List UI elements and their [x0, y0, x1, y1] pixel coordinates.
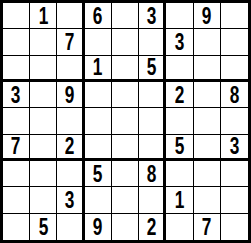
- sudoku-cell-r9c4[interactable]: 9: [85, 214, 112, 240]
- given-digit: 1: [175, 188, 185, 212]
- sudoku-cell-r7c3[interactable]: [57, 161, 84, 187]
- sudoku-cell-r6c8[interactable]: [194, 135, 221, 161]
- given-digit: 2: [65, 135, 75, 159]
- given-digit: 9: [65, 83, 75, 107]
- sudoku-cell-r9c5[interactable]: [112, 214, 139, 240]
- given-digit: 9: [202, 4, 212, 28]
- sudoku-cell-r1c7[interactable]: [166, 3, 193, 29]
- sudoku-cell-r8c3[interactable]: 3: [57, 187, 84, 213]
- sudoku-cell-r7c9[interactable]: [221, 161, 248, 187]
- sudoku-cell-r6c6[interactable]: [139, 135, 166, 161]
- given-digit: 2: [175, 83, 185, 107]
- sudoku-cell-r5c8[interactable]: [194, 108, 221, 134]
- sudoku-cell-r1c5[interactable]: [112, 3, 139, 29]
- given-digit: 5: [175, 135, 185, 159]
- sudoku-cell-r5c2[interactable]: [30, 108, 57, 134]
- sudoku-cell-r7c5[interactable]: [112, 161, 139, 187]
- sudoku-cell-r3c8[interactable]: [194, 56, 221, 82]
- given-digit: 1: [93, 56, 103, 80]
- sudoku-cell-r4c3[interactable]: 9: [57, 82, 84, 108]
- sudoku-cell-r1c8[interactable]: 9: [194, 3, 221, 29]
- sudoku-cell-r3c7[interactable]: [166, 56, 193, 82]
- sudoku-cell-r6c2[interactable]: [30, 135, 57, 161]
- sudoku-cell-r5c7[interactable]: [166, 108, 193, 134]
- sudoku-cell-r5c3[interactable]: [57, 108, 84, 134]
- given-digit: 5: [146, 56, 156, 80]
- given-digit: 1: [39, 4, 49, 28]
- given-digit: 7: [65, 30, 75, 54]
- sudoku-cell-r7c6[interactable]: 8: [139, 161, 166, 187]
- sudoku-cell-r2c3[interactable]: 7: [57, 29, 84, 55]
- sudoku-cell-r1c4[interactable]: 6: [85, 3, 112, 29]
- sudoku-cell-r8c7[interactable]: 1: [166, 187, 193, 213]
- sudoku-cell-r2c5[interactable]: [112, 29, 139, 55]
- given-digit: 5: [39, 215, 49, 239]
- given-digit: 3: [146, 4, 156, 28]
- sudoku-cell-r8c9[interactable]: [221, 187, 248, 213]
- sudoku-cell-r3c1[interactable]: [3, 56, 30, 82]
- sudoku-cell-r9c7[interactable]: [166, 214, 193, 240]
- sudoku-cell-r6c5[interactable]: [112, 135, 139, 161]
- sudoku-cell-r7c7[interactable]: [166, 161, 193, 187]
- sudoku-cell-r1c1[interactable]: [3, 3, 30, 29]
- sudoku-cell-r9c9[interactable]: [221, 214, 248, 240]
- given-digit: 7: [202, 215, 212, 239]
- given-digit: 3: [230, 135, 240, 159]
- sudoku-cell-r8c1[interactable]: [3, 187, 30, 213]
- sudoku-cell-r4c4[interactable]: [85, 82, 112, 108]
- sudoku-cell-r9c3[interactable]: [57, 214, 84, 240]
- sudoku-cell-r3c2[interactable]: [30, 56, 57, 82]
- sudoku-cell-r2c8[interactable]: [194, 29, 221, 55]
- sudoku-cell-r8c4[interactable]: [85, 187, 112, 213]
- sudoku-cell-r2c6[interactable]: [139, 29, 166, 55]
- sudoku-cell-r4c1[interactable]: 3: [3, 82, 30, 108]
- sudoku-cell-r7c1[interactable]: [3, 161, 30, 187]
- sudoku-cell-r4c5[interactable]: [112, 82, 139, 108]
- sudoku-cell-r4c2[interactable]: [30, 82, 57, 108]
- given-digit: 2: [146, 215, 156, 239]
- sudoku-cell-r6c9[interactable]: 3: [221, 135, 248, 161]
- sudoku-cell-r6c4[interactable]: [85, 135, 112, 161]
- sudoku-cell-r1c9[interactable]: [221, 3, 248, 29]
- sudoku-cell-r9c2[interactable]: 5: [30, 214, 57, 240]
- sudoku-cell-r3c6[interactable]: 5: [139, 56, 166, 82]
- sudoku-cell-r5c5[interactable]: [112, 108, 139, 134]
- sudoku-cell-r2c2[interactable]: [30, 29, 57, 55]
- sudoku-cell-r7c4[interactable]: 5: [85, 161, 112, 187]
- sudoku-cell-r9c8[interactable]: 7: [194, 214, 221, 240]
- given-digit: 5: [93, 162, 103, 186]
- sudoku-cell-r4c9[interactable]: 8: [221, 82, 248, 108]
- sudoku-cell-r7c2[interactable]: [30, 161, 57, 187]
- sudoku-cell-r5c6[interactable]: [139, 108, 166, 134]
- sudoku-cell-r1c3[interactable]: [57, 3, 84, 29]
- sudoku-cell-r1c2[interactable]: 1: [30, 3, 57, 29]
- sudoku-cell-r6c7[interactable]: 5: [166, 135, 193, 161]
- given-digit: 3: [175, 30, 185, 54]
- sudoku-cell-r5c4[interactable]: [85, 108, 112, 134]
- given-digit: 9: [93, 215, 103, 239]
- sudoku-cell-r3c3[interactable]: [57, 56, 84, 82]
- sudoku-cell-r8c6[interactable]: [139, 187, 166, 213]
- sudoku-cell-r8c8[interactable]: [194, 187, 221, 213]
- sudoku-cell-r2c4[interactable]: [85, 29, 112, 55]
- sudoku-cell-r1c6[interactable]: 3: [139, 3, 166, 29]
- sudoku-cell-r4c8[interactable]: [194, 82, 221, 108]
- given-digit: 3: [65, 188, 75, 212]
- given-digit: 3: [11, 83, 21, 107]
- sudoku-cell-r3c5[interactable]: [112, 56, 139, 82]
- sudoku-cell-r2c7[interactable]: 3: [166, 29, 193, 55]
- sudoku-cell-r9c1[interactable]: [3, 214, 30, 240]
- sudoku-cell-r3c4[interactable]: 1: [85, 56, 112, 82]
- sudoku-cell-r4c6[interactable]: [139, 82, 166, 108]
- sudoku-cell-r8c5[interactable]: [112, 187, 139, 213]
- sudoku-cell-r9c6[interactable]: 2: [139, 214, 166, 240]
- sudoku-cell-r2c1[interactable]: [3, 29, 30, 55]
- given-digit: 8: [146, 162, 156, 186]
- sudoku-cell-r5c1[interactable]: [3, 108, 30, 134]
- sudoku-cell-r6c3[interactable]: 2: [57, 135, 84, 161]
- sudoku-cell-r2c9[interactable]: [221, 29, 248, 55]
- given-digit: 6: [93, 4, 103, 28]
- sudoku-board: 163973153928725358315927: [0, 0, 251, 243]
- sudoku-cell-r5c9[interactable]: [221, 108, 248, 134]
- given-digit: 7: [11, 135, 21, 159]
- sudoku-cell-r3c9[interactable]: [221, 56, 248, 82]
- sudoku-cell-r7c8[interactable]: [194, 161, 221, 187]
- sudoku-cell-r4c7[interactable]: 2: [166, 82, 193, 108]
- sudoku-cell-r8c2[interactable]: [30, 187, 57, 213]
- given-digit: 8: [230, 83, 240, 107]
- sudoku-cell-r6c1[interactable]: 7: [3, 135, 30, 161]
